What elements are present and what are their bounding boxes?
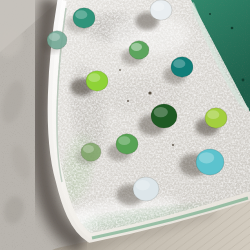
- dot-highlight: [173, 59, 185, 68]
- dot-highlight: [136, 180, 150, 190]
- photo-canvas: [0, 0, 250, 250]
- photo-fused-glass-plate: [0, 0, 250, 250]
- dot-highlight: [49, 33, 60, 41]
- dot-highlight: [154, 107, 168, 117]
- dot-highlight: [207, 110, 219, 119]
- dot-highlight: [83, 145, 94, 153]
- dot-highlight: [75, 10, 87, 19]
- dot-highlight: [131, 43, 142, 51]
- dot-highlight: [88, 73, 100, 82]
- dot-highlight: [152, 2, 164, 11]
- dot-highlight: [118, 136, 130, 145]
- dot-highlight: [199, 152, 214, 163]
